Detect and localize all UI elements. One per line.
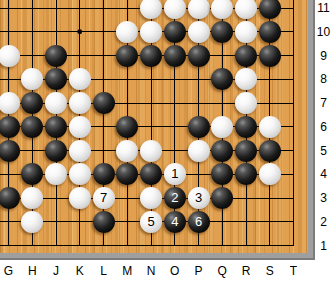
stone-white[interactable] xyxy=(116,140,138,162)
column-label: L xyxy=(92,263,116,279)
row-label: 5 xyxy=(314,143,332,159)
stone-white[interactable] xyxy=(188,21,210,43)
stone-black[interactable] xyxy=(116,116,138,138)
stone-white[interactable]: 5 xyxy=(140,211,162,233)
stone-black[interactable] xyxy=(93,163,115,185)
column-label: O xyxy=(163,263,187,279)
row-label: 10 xyxy=(314,24,332,40)
stone-black[interactable] xyxy=(21,116,43,138)
stone-black[interactable] xyxy=(235,116,257,138)
stone-white[interactable] xyxy=(235,21,257,43)
stone-white[interactable] xyxy=(140,21,162,43)
stone-black[interactable] xyxy=(45,45,67,67)
stone-white[interactable] xyxy=(69,116,91,138)
stone-black[interactable] xyxy=(188,45,210,67)
stone-white[interactable] xyxy=(69,68,91,90)
move-number-label: 1 xyxy=(164,163,186,185)
row-label: 7 xyxy=(314,95,332,111)
column-label: N xyxy=(139,263,163,279)
stone-white[interactable] xyxy=(69,140,91,162)
stone-white[interactable] xyxy=(69,92,91,114)
stone-black[interactable] xyxy=(188,116,210,138)
stone-black[interactable] xyxy=(211,21,233,43)
stone-black[interactable] xyxy=(140,45,162,67)
stone-white[interactable] xyxy=(69,187,91,209)
stone-white[interactable] xyxy=(211,116,233,138)
row-label: 8 xyxy=(314,71,332,87)
column-label: P xyxy=(187,263,211,279)
stone-black[interactable] xyxy=(164,45,186,67)
stone-white[interactable] xyxy=(45,92,67,114)
move-number-label: 4 xyxy=(164,211,186,233)
stone-black[interactable] xyxy=(93,92,115,114)
go-board[interactable]: 2461735 xyxy=(0,0,308,253)
column-label: G xyxy=(0,263,21,279)
stone-black[interactable] xyxy=(235,45,257,67)
stone-black[interactable]: 6 xyxy=(188,211,210,233)
stone-black[interactable] xyxy=(235,140,257,162)
row-label: 4 xyxy=(314,166,332,182)
column-label: M xyxy=(115,263,139,279)
stone-white[interactable] xyxy=(0,92,20,114)
stone-black[interactable] xyxy=(211,140,233,162)
stone-black[interactable] xyxy=(45,116,67,138)
stone-white[interactable] xyxy=(188,0,210,19)
column-label: S xyxy=(258,263,282,279)
stone-black[interactable]: 4 xyxy=(164,211,186,233)
stone-white[interactable] xyxy=(0,45,20,67)
stone-white[interactable] xyxy=(140,187,162,209)
move-number-label: 5 xyxy=(140,211,162,233)
column-label: J xyxy=(44,263,68,279)
row-label: 6 xyxy=(314,119,332,135)
move-number-label: 7 xyxy=(93,187,115,209)
stone-white[interactable]: 3 xyxy=(188,187,210,209)
column-label: K xyxy=(68,263,92,279)
stone-black[interactable] xyxy=(259,45,281,67)
stone-black[interactable] xyxy=(93,211,115,233)
stone-black[interactable] xyxy=(259,140,281,162)
move-number-label: 3 xyxy=(188,187,210,209)
row-label: 9 xyxy=(314,48,332,64)
stone-black[interactable] xyxy=(116,45,138,67)
row-label: 3 xyxy=(314,190,332,206)
row-label: 2 xyxy=(314,214,332,230)
stone-white[interactable] xyxy=(140,140,162,162)
stone-white[interactable] xyxy=(259,163,281,185)
row-label: 11 xyxy=(314,0,332,16)
stone-black[interactable] xyxy=(45,140,67,162)
stone-white[interactable] xyxy=(116,21,138,43)
hoshi-star-point xyxy=(77,29,82,34)
stone-white[interactable] xyxy=(259,116,281,138)
stone-black[interactable] xyxy=(0,116,20,138)
stone-white[interactable]: 7 xyxy=(93,187,115,209)
go-diagram: 2461735 GHJKLMNOPQRST 1110987654321 xyxy=(0,0,332,284)
column-label: H xyxy=(20,263,44,279)
column-label: Q xyxy=(210,263,234,279)
stone-white[interactable] xyxy=(69,163,91,185)
stone-white[interactable] xyxy=(235,92,257,114)
row-label: 1 xyxy=(314,238,332,254)
board-edge: 2461735 xyxy=(0,0,315,260)
stone-black[interactable] xyxy=(0,187,20,209)
stone-white[interactable] xyxy=(188,140,210,162)
move-number-label: 6 xyxy=(188,211,210,233)
stone-black[interactable] xyxy=(259,21,281,43)
stone-black[interactable] xyxy=(0,140,20,162)
stone-white[interactable] xyxy=(21,211,43,233)
column-label: T xyxy=(282,263,306,279)
column-label: R xyxy=(234,263,258,279)
stone-black[interactable] xyxy=(164,21,186,43)
stone-white[interactable]: 1 xyxy=(164,163,186,185)
stone-black[interactable]: 2 xyxy=(164,187,186,209)
move-number-label: 2 xyxy=(164,187,186,209)
